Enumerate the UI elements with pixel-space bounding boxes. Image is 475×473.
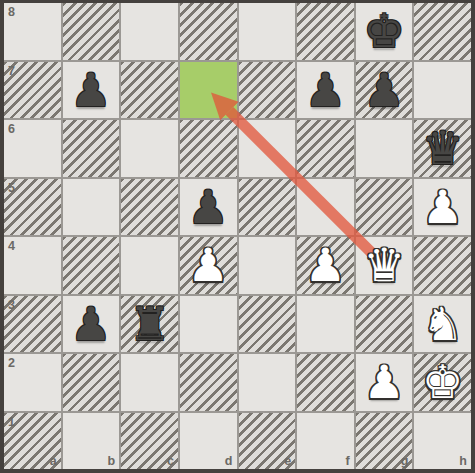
black-rook-c3[interactable]: ♜ bbox=[121, 296, 178, 353]
square-c1[interactable]: c bbox=[121, 413, 178, 470]
file-label-a: a bbox=[50, 455, 57, 468]
square-g2[interactable]: ♟ bbox=[356, 354, 413, 411]
square-a6[interactable]: 6 bbox=[4, 120, 61, 177]
square-b7[interactable]: ♟ bbox=[63, 62, 120, 119]
square-a2[interactable]: 2 bbox=[4, 354, 61, 411]
square-a1[interactable]: 1a bbox=[4, 413, 61, 470]
rank-label-3: 3 bbox=[8, 299, 15, 312]
square-f3[interactable] bbox=[297, 296, 354, 353]
black-pawn-f7[interactable]: ♟ bbox=[297, 62, 354, 119]
black-queen-h6[interactable]: ♛ bbox=[414, 120, 471, 177]
black-pawn-b3[interactable]: ♟ bbox=[63, 296, 120, 353]
square-d8[interactable] bbox=[180, 3, 237, 60]
square-f7[interactable]: ♟ bbox=[297, 62, 354, 119]
square-e5[interactable] bbox=[239, 179, 296, 236]
square-h8[interactable] bbox=[414, 3, 471, 60]
square-e3[interactable] bbox=[239, 296, 296, 353]
black-pawn-d5[interactable]: ♟ bbox=[180, 179, 237, 236]
square-b3[interactable]: ♟ bbox=[63, 296, 120, 353]
white-pawn-h5[interactable]: ♟ bbox=[414, 179, 471, 236]
square-d1[interactable]: d bbox=[180, 413, 237, 470]
rank-label-6: 6 bbox=[8, 123, 15, 136]
square-g4[interactable]: ♛ bbox=[356, 237, 413, 294]
rank-label-5: 5 bbox=[8, 182, 15, 195]
square-d6[interactable] bbox=[180, 120, 237, 177]
square-b5[interactable] bbox=[63, 179, 120, 236]
file-label-d: d bbox=[225, 455, 233, 468]
square-a8[interactable]: 8 bbox=[4, 3, 61, 60]
file-label-e: e bbox=[284, 455, 291, 468]
rank-label-1: 1 bbox=[8, 416, 15, 429]
black-king-g8[interactable]: ♚ bbox=[356, 3, 413, 60]
white-pawn-d4[interactable]: ♟ bbox=[180, 237, 237, 294]
square-b2[interactable] bbox=[63, 354, 120, 411]
white-pawn-f4[interactable]: ♟ bbox=[297, 237, 354, 294]
chess-board-window: 8♚7♟♟♟6♛5♟♟4♟♟♛3♟♜♞2♟♚1abcdefgh bbox=[0, 0, 475, 473]
square-d4[interactable]: ♟ bbox=[180, 237, 237, 294]
chess-board: 8♚7♟♟♟6♛5♟♟4♟♟♛3♟♜♞2♟♚1abcdefgh bbox=[4, 3, 471, 469]
square-e7[interactable] bbox=[239, 62, 296, 119]
square-h5[interactable]: ♟ bbox=[414, 179, 471, 236]
square-c2[interactable] bbox=[121, 354, 178, 411]
square-h6[interactable]: ♛ bbox=[414, 120, 471, 177]
square-f1[interactable]: f bbox=[297, 413, 354, 470]
square-b4[interactable] bbox=[63, 237, 120, 294]
square-g3[interactable] bbox=[356, 296, 413, 353]
rank-label-7: 7 bbox=[8, 65, 15, 78]
file-label-h: h bbox=[459, 455, 467, 468]
square-b6[interactable] bbox=[63, 120, 120, 177]
square-d5[interactable]: ♟ bbox=[180, 179, 237, 236]
square-f6[interactable] bbox=[297, 120, 354, 177]
rank-label-4: 4 bbox=[8, 240, 15, 253]
square-d3[interactable] bbox=[180, 296, 237, 353]
square-c6[interactable] bbox=[121, 120, 178, 177]
square-g5[interactable] bbox=[356, 179, 413, 236]
square-a7[interactable]: 7 bbox=[4, 62, 61, 119]
white-knight-h3[interactable]: ♞ bbox=[414, 296, 471, 353]
square-f5[interactable] bbox=[297, 179, 354, 236]
file-label-c: c bbox=[167, 455, 174, 468]
square-e2[interactable] bbox=[239, 354, 296, 411]
square-c8[interactable] bbox=[121, 3, 178, 60]
square-h7[interactable] bbox=[414, 62, 471, 119]
square-f8[interactable] bbox=[297, 3, 354, 60]
square-a5[interactable]: 5 bbox=[4, 179, 61, 236]
square-e8[interactable] bbox=[239, 3, 296, 60]
file-label-f: f bbox=[346, 455, 350, 468]
square-c5[interactable] bbox=[121, 179, 178, 236]
white-pawn-g2[interactable]: ♟ bbox=[356, 354, 413, 411]
file-label-g: g bbox=[401, 455, 409, 468]
square-d7[interactable] bbox=[180, 62, 237, 119]
rank-label-8: 8 bbox=[8, 6, 15, 19]
square-f4[interactable]: ♟ bbox=[297, 237, 354, 294]
file-label-b: b bbox=[108, 455, 116, 468]
square-f2[interactable] bbox=[297, 354, 354, 411]
black-pawn-g7[interactable]: ♟ bbox=[356, 62, 413, 119]
square-a3[interactable]: 3 bbox=[4, 296, 61, 353]
square-h3[interactable]: ♞ bbox=[414, 296, 471, 353]
square-g7[interactable]: ♟ bbox=[356, 62, 413, 119]
square-e1[interactable]: e bbox=[239, 413, 296, 470]
black-pawn-b7[interactable]: ♟ bbox=[63, 62, 120, 119]
white-king-h2[interactable]: ♚ bbox=[414, 354, 471, 411]
square-c3[interactable]: ♜ bbox=[121, 296, 178, 353]
square-g1[interactable]: g bbox=[356, 413, 413, 470]
square-e4[interactable] bbox=[239, 237, 296, 294]
square-b8[interactable] bbox=[63, 3, 120, 60]
square-h2[interactable]: ♚ bbox=[414, 354, 471, 411]
square-e6[interactable] bbox=[239, 120, 296, 177]
white-queen-g4[interactable]: ♛ bbox=[356, 237, 413, 294]
square-g8[interactable]: ♚ bbox=[356, 3, 413, 60]
square-h1[interactable]: h bbox=[414, 413, 471, 470]
square-b1[interactable]: b bbox=[63, 413, 120, 470]
rank-label-2: 2 bbox=[8, 357, 15, 370]
square-c4[interactable] bbox=[121, 237, 178, 294]
square-c7[interactable] bbox=[121, 62, 178, 119]
square-h4[interactable] bbox=[414, 237, 471, 294]
square-g6[interactable] bbox=[356, 120, 413, 177]
square-d2[interactable] bbox=[180, 354, 237, 411]
square-a4[interactable]: 4 bbox=[4, 237, 61, 294]
